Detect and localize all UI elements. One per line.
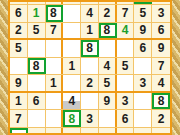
cell-r3c9[interactable]: 9 (152, 40, 170, 57)
cell-r5c7[interactable] (117, 75, 135, 91)
board-row-1: 61842753 (10, 5, 170, 23)
cell-r7c7[interactable]: 6 (117, 110, 135, 127)
cell-r1c2[interactable]: 1 (28, 5, 46, 22)
cell-r6c4[interactable]: 4 (63, 93, 81, 110)
cell-r6c8[interactable] (134, 93, 152, 110)
cell-r1c3[interactable]: 8 (46, 5, 64, 22)
cell-r3c3[interactable] (46, 40, 64, 57)
cell-r4c8[interactable] (134, 58, 152, 75)
cell-r2c4[interactable] (63, 23, 81, 39)
cell-r2c6[interactable]: 8 (99, 23, 117, 39)
cell-r7c8[interactable] (134, 110, 152, 127)
cell-r2c8[interactable]: 9 (134, 23, 152, 39)
cropped-cell (117, 128, 135, 133)
sudoku-board: 6184275325718496586981457912534164938783… (8, 0, 172, 135)
cropped-cell (134, 128, 152, 133)
cell-r4c2[interactable]: 8 (28, 58, 46, 75)
cell-r1c4[interactable] (63, 5, 81, 22)
cell-r2c1[interactable]: 2 (10, 23, 28, 39)
cell-r4c4[interactable]: 1 (63, 58, 81, 75)
cell-r7c6[interactable] (99, 110, 117, 127)
cropped-cell (117, 2, 135, 4)
cropped-cell (63, 2, 81, 4)
cell-r7c3[interactable] (46, 110, 64, 127)
cropped-cell (152, 128, 170, 133)
cell-r1c7[interactable]: 7 (117, 5, 135, 22)
cell-r3c4[interactable] (63, 40, 81, 57)
cell-r2c5[interactable]: 1 (81, 23, 99, 39)
cell-r4c5[interactable] (81, 58, 99, 75)
cell-r7c1[interactable]: 7 (10, 110, 28, 127)
cell-r4c6[interactable]: 4 (99, 58, 117, 75)
cell-r3c8[interactable]: 6 (134, 40, 152, 57)
cell-r7c4[interactable]: 8 (63, 110, 81, 127)
cell-r1c9[interactable]: 3 (152, 5, 170, 22)
cropped-cell (10, 2, 28, 4)
cell-r2c7[interactable]: 4 (117, 23, 135, 39)
cell-r5c1[interactable]: 9 (10, 75, 28, 91)
board-row-4: 81457 (10, 58, 170, 76)
cell-r1c5[interactable]: 4 (81, 5, 99, 22)
cropped-cell (46, 2, 64, 4)
board-row-3: 5869 (10, 40, 170, 58)
right-edge-decoration (172, 0, 180, 135)
cropped-cell (28, 2, 46, 4)
cell-r1c8[interactable]: 5 (134, 5, 152, 22)
cell-r4c7[interactable]: 5 (117, 58, 135, 75)
cell-r5c6[interactable]: 5 (99, 75, 117, 91)
cell-r6c6[interactable]: 9 (99, 93, 117, 110)
board-row-2: 25718496 (10, 23, 170, 41)
cell-r4c1[interactable] (10, 58, 28, 75)
cropped-row-bottom (10, 128, 170, 133)
cell-r7c2[interactable] (28, 110, 46, 127)
cell-r7c9[interactable]: 2 (152, 110, 170, 127)
cell-r5c3[interactable]: 1 (46, 75, 64, 91)
cell-r6c2[interactable]: 6 (28, 93, 46, 110)
cell-r4c3[interactable] (46, 58, 64, 75)
cell-r7c5[interactable]: 3 (81, 110, 99, 127)
cropped-cell (99, 2, 117, 4)
board-row-6: 164938 (10, 93, 170, 111)
cell-r6c7[interactable]: 3 (117, 93, 135, 110)
cell-r3c6[interactable] (99, 40, 117, 57)
board-row-5: 912534 (10, 75, 170, 93)
cell-r1c1[interactable]: 6 (10, 5, 28, 22)
cell-r5c8[interactable]: 3 (134, 75, 152, 91)
cell-r2c3[interactable]: 7 (46, 23, 64, 39)
cropped-cell (28, 128, 46, 133)
cell-r3c5[interactable]: 8 (81, 40, 99, 57)
cell-r3c7[interactable] (117, 40, 135, 57)
cropped-cell (99, 128, 117, 133)
cropped-cell (63, 128, 81, 133)
cell-r6c9[interactable]: 8 (152, 93, 170, 110)
highlight-box-fragment-bottom (10, 128, 28, 133)
highlight-box-fragment-top (134, 2, 152, 4)
left-edge-decoration (0, 0, 8, 135)
cell-r5c2[interactable] (28, 75, 46, 91)
cropped-cell (81, 128, 99, 133)
cell-r5c5[interactable]: 2 (81, 75, 99, 91)
cell-r2c2[interactable]: 5 (28, 23, 46, 39)
cell-r3c2[interactable] (28, 40, 46, 57)
cell-r3c1[interactable]: 5 (10, 40, 28, 57)
cell-r4c9[interactable]: 7 (152, 58, 170, 75)
cell-r6c3[interactable] (46, 93, 64, 110)
cell-r6c1[interactable]: 1 (10, 93, 28, 110)
cell-r1c6[interactable]: 2 (99, 5, 117, 22)
cropped-cell (81, 2, 99, 4)
cropped-cell (152, 2, 170, 4)
cell-r5c4[interactable] (63, 75, 81, 91)
cell-r6c5[interactable] (81, 93, 99, 110)
cell-r5c9[interactable]: 4 (152, 75, 170, 91)
sudoku-app: 6184275325718496586981457912534164938783… (0, 0, 180, 135)
board-row-7: 78362 (10, 110, 170, 128)
cropped-cell (46, 128, 64, 133)
cell-r2c9[interactable]: 6 (152, 23, 170, 39)
